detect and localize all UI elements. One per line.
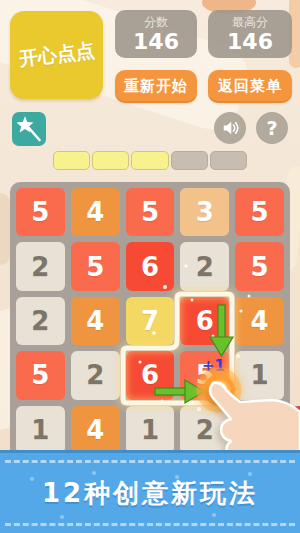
tile-r2c1[interactable]: 2 [16,242,65,290]
tile-r5c5[interactable] [235,406,284,454]
tile-r4c4[interactable]: 5 [180,351,229,399]
tile-r4c1[interactable]: 5 [16,351,65,399]
tile-r3c3[interactable]: 7 [126,297,175,345]
score-value: 146 [133,29,179,54]
back-to-menu-button[interactable]: 返回菜单 [208,70,292,103]
tile-r1c2[interactable]: 4 [71,188,120,236]
tile-r1c1[interactable]: 5 [16,188,65,236]
tile-r1c3[interactable]: 5 [126,188,175,236]
tile-r4c3[interactable]: 6 [126,351,175,399]
score-label: 分数 [144,15,168,29]
progress-segment-4 [171,151,208,170]
banner-text: 12种创意新玩法 [42,476,258,511]
game-logo-badge: 开心点点 [10,11,103,99]
help-button[interactable]: ? [256,112,288,144]
tile-r3c5[interactable]: 4 [235,297,284,345]
board: 545352562524764526511412 [10,182,290,460]
tile-r3c4[interactable]: 6 [180,297,229,345]
magic-wand-icon [15,115,43,143]
tile-r4c5[interactable]: 1 [235,351,284,399]
best-score-label: 最高分 [232,15,268,29]
tile-r3c1[interactable]: 2 [16,297,65,345]
tile-r1c5[interactable]: 5 [235,188,284,236]
tile-r1c4[interactable]: 3 [180,188,229,236]
game-title: 开心点点 [17,37,96,72]
progress-segment-5 [210,151,247,170]
tile-r3c2[interactable]: 4 [71,297,120,345]
magic-wand-button[interactable] [12,112,46,146]
tile-r2c2[interactable]: 5 [71,242,120,290]
score-box: 分数 146 [115,10,197,58]
tile-r2c3[interactable]: 6 [126,242,175,290]
tile-r5c2[interactable]: 4 [71,406,120,454]
tile-r5c1[interactable]: 1 [16,406,65,454]
tile-r2c4[interactable]: 2 [180,242,229,290]
tile-r4c2[interactable]: 2 [71,351,120,399]
question-mark-icon: ? [266,117,277,139]
progress-segment-2 [92,151,129,170]
tile-r2c5[interactable]: 5 [235,242,284,290]
game-screen: 开心点点 分数 146 最高分 146 重新开始 返回菜单 ? 54535256… [0,0,300,533]
best-score-box: 最高分 146 [208,10,292,58]
progress-segment-1 [53,151,90,170]
banner-stitch-top [5,460,295,463]
progress-segment-3 [131,151,168,170]
promo-banner: 12种创意新玩法 [0,450,300,533]
banner-stitch-bottom [5,523,295,526]
best-score-value: 146 [227,29,273,54]
tile-r5c3[interactable]: 1 [126,406,175,454]
restart-button[interactable]: 重新开始 [115,70,197,103]
progress-bar [53,151,247,170]
speaker-icon [220,118,240,138]
bg-tan-blob [0,193,10,265]
sound-toggle-button[interactable] [214,112,246,144]
tile-r5c4[interactable]: 2 [180,406,229,454]
